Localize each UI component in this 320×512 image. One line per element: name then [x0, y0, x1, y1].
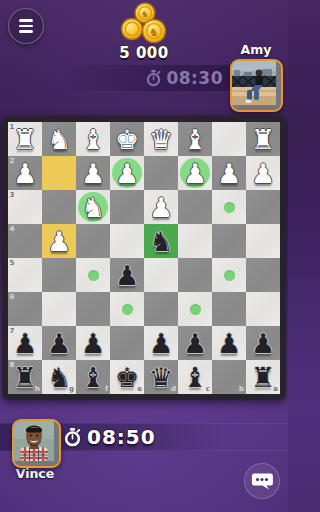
square-a6[interactable]	[246, 292, 280, 326]
chat-button[interactable]	[244, 463, 280, 499]
white-rook[interactable]: ♜	[246, 122, 280, 156]
square-g2[interactable]	[42, 156, 76, 190]
gold-coins-icon: ♞ ♞	[114, 2, 174, 46]
square-c4[interactable]	[178, 224, 212, 258]
square-c3[interactable]	[178, 190, 212, 224]
legal-move-dot[interactable]	[224, 270, 235, 281]
square-a5[interactable]	[246, 258, 280, 292]
square-h3[interactable]: 3	[8, 190, 42, 224]
chess-game-screen: { "header": { "menu_icon": "hamburger-ic…	[0, 0, 288, 512]
square-g6[interactable]	[42, 292, 76, 326]
player-photo	[14, 421, 54, 461]
square-e8[interactable]: e♚	[110, 360, 144, 394]
black-bishop[interactable]: ♝	[178, 360, 212, 394]
square-d5[interactable]	[144, 258, 178, 292]
white-bishop[interactable]: ♝	[76, 122, 110, 156]
square-b2[interactable]: ♟	[212, 156, 246, 190]
square-g5[interactable]	[42, 258, 76, 292]
square-c2[interactable]: ♟	[178, 156, 212, 190]
square-f2[interactable]: ♟	[76, 156, 110, 190]
rank-label: 6	[10, 293, 15, 301]
square-h1[interactable]: 1♜	[8, 122, 42, 156]
white-pawn[interactable]: ♟	[42, 224, 76, 258]
square-a7[interactable]: ♟	[246, 326, 280, 360]
white-bishop[interactable]: ♝	[178, 122, 212, 156]
black-pawn[interactable]: ♟	[110, 258, 144, 292]
chat-bubble-icon	[251, 472, 273, 490]
player-name: Vince	[8, 466, 62, 481]
square-a8[interactable]: a♜	[246, 360, 280, 394]
square-b3[interactable]	[212, 190, 246, 224]
white-pawn[interactable]: ♟	[110, 156, 144, 190]
opponent-photo	[232, 61, 276, 105]
square-b1[interactable]	[212, 122, 246, 156]
legal-move-dot[interactable]	[224, 202, 235, 213]
square-f7[interactable]: ♟	[76, 326, 110, 360]
white-knight[interactable]: ♞	[42, 122, 76, 156]
black-knight[interactable]: ♞	[144, 224, 178, 258]
square-b4[interactable]	[212, 224, 246, 258]
black-rook[interactable]: ♜	[246, 360, 280, 394]
square-h8[interactable]: 8h♜	[8, 360, 42, 394]
black-pawn[interactable]: ♟	[246, 326, 280, 360]
square-d1[interactable]: ♛	[144, 122, 178, 156]
black-queen[interactable]: ♛	[144, 360, 178, 394]
square-d7[interactable]: ♟	[144, 326, 178, 360]
square-b7[interactable]: ♟	[212, 326, 246, 360]
black-knight[interactable]: ♞	[42, 360, 76, 394]
white-pawn[interactable]: ♟	[144, 190, 178, 224]
square-d6[interactable]	[144, 292, 178, 326]
square-g4[interactable]: ♟	[42, 224, 76, 258]
file-label: b	[239, 385, 244, 393]
white-knight[interactable]: ♞	[76, 190, 110, 224]
square-a2[interactable]: ♟	[246, 156, 280, 190]
black-pawn[interactable]: ♟	[178, 326, 212, 360]
svg-text:♞: ♞	[141, 9, 149, 19]
square-e1[interactable]: ♚	[110, 122, 144, 156]
square-g1[interactable]: ♞	[42, 122, 76, 156]
black-pawn[interactable]: ♟	[8, 326, 42, 360]
square-g7[interactable]: ♟	[42, 326, 76, 360]
square-e3[interactable]	[110, 190, 144, 224]
square-d4[interactable]: ♞	[144, 224, 178, 258]
square-d2[interactable]	[144, 156, 178, 190]
svg-text:♞: ♞	[149, 26, 159, 39]
square-c1[interactable]: ♝	[178, 122, 212, 156]
square-e5[interactable]: ♟	[110, 258, 144, 292]
square-h5[interactable]: 5	[8, 258, 42, 292]
black-pawn[interactable]: ♟	[76, 326, 110, 360]
rank-label: 3	[10, 191, 15, 199]
legal-move-dot[interactable]	[122, 304, 133, 315]
square-a1[interactable]: ♜	[246, 122, 280, 156]
square-f4[interactable]	[76, 224, 110, 258]
square-f3[interactable]: ♞	[76, 190, 110, 224]
square-g3[interactable]	[42, 190, 76, 224]
black-pawn[interactable]: ♟	[42, 326, 76, 360]
black-pawn[interactable]: ♟	[212, 326, 246, 360]
white-pawn[interactable]: ♟	[76, 156, 110, 190]
square-h4[interactable]: 4	[8, 224, 42, 258]
square-e4[interactable]	[110, 224, 144, 258]
board-grid: 1♜♞♝♚♛♝♜2♟♟♟♟♟♟3♞♟4♟♞5♟67♟♟♟♟♟♟♟8h♜g♞f♝e…	[8, 122, 280, 394]
square-b8[interactable]: b	[212, 360, 246, 394]
legal-move-dot[interactable]	[88, 270, 99, 281]
white-pawn[interactable]: ♟	[8, 156, 42, 190]
white-king[interactable]: ♚	[110, 122, 144, 156]
white-queen[interactable]: ♛	[144, 122, 178, 156]
hamburger-icon	[19, 19, 33, 33]
stopwatch-icon	[146, 70, 161, 87]
square-a3[interactable]	[246, 190, 280, 224]
square-e7[interactable]	[110, 326, 144, 360]
opponent-name: Amy	[229, 42, 283, 57]
square-b6[interactable]	[212, 292, 246, 326]
opponent-avatar[interactable]	[230, 59, 283, 112]
menu-button[interactable]	[8, 8, 44, 44]
white-pawn[interactable]: ♟	[178, 156, 212, 190]
square-a4[interactable]	[246, 224, 280, 258]
opponent-timer-strip: 08:30	[0, 65, 231, 91]
square-d8[interactable]: d♛	[144, 360, 178, 394]
white-rook[interactable]: ♜	[8, 122, 42, 156]
square-b5[interactable]	[212, 258, 246, 292]
black-pawn[interactable]: ♟	[144, 326, 178, 360]
black-rook[interactable]: ♜	[8, 360, 42, 394]
black-king[interactable]: ♚	[110, 360, 144, 394]
rank-label: 4	[10, 225, 15, 233]
player-timer: 08:50	[87, 425, 156, 449]
square-h7[interactable]: 7♟	[8, 326, 42, 360]
square-h6[interactable]: 6	[8, 292, 42, 326]
white-pawn[interactable]: ♟	[212, 156, 246, 190]
square-g8[interactable]: g♞	[42, 360, 76, 394]
chess-board: 1♜♞♝♚♛♝♜2♟♟♟♟♟♟3♞♟4♟♞5♟67♟♟♟♟♟♟♟8h♜g♞f♝e…	[2, 116, 286, 400]
rank-label: 5	[10, 259, 15, 267]
square-f8[interactable]: f♝	[76, 360, 110, 394]
square-c5[interactable]	[178, 258, 212, 292]
square-h2[interactable]: 2♟	[8, 156, 42, 190]
white-pawn[interactable]: ♟	[246, 156, 280, 190]
square-c8[interactable]: c♝	[178, 360, 212, 394]
square-f5[interactable]	[76, 258, 110, 292]
square-c6[interactable]	[178, 292, 212, 326]
legal-move-dot[interactable]	[190, 304, 201, 315]
square-f1[interactable]: ♝	[76, 122, 110, 156]
square-e6[interactable]	[110, 292, 144, 326]
square-f6[interactable]	[76, 292, 110, 326]
opponent-timer: 08:30	[166, 68, 223, 88]
coin-balance: 5 000	[104, 44, 184, 62]
square-d3[interactable]: ♟	[144, 190, 178, 224]
player-avatar[interactable]	[12, 419, 61, 468]
black-bishop[interactable]: ♝	[76, 360, 110, 394]
stopwatch-icon	[64, 428, 81, 447]
square-c7[interactable]: ♟	[178, 326, 212, 360]
square-e2[interactable]: ♟	[110, 156, 144, 190]
